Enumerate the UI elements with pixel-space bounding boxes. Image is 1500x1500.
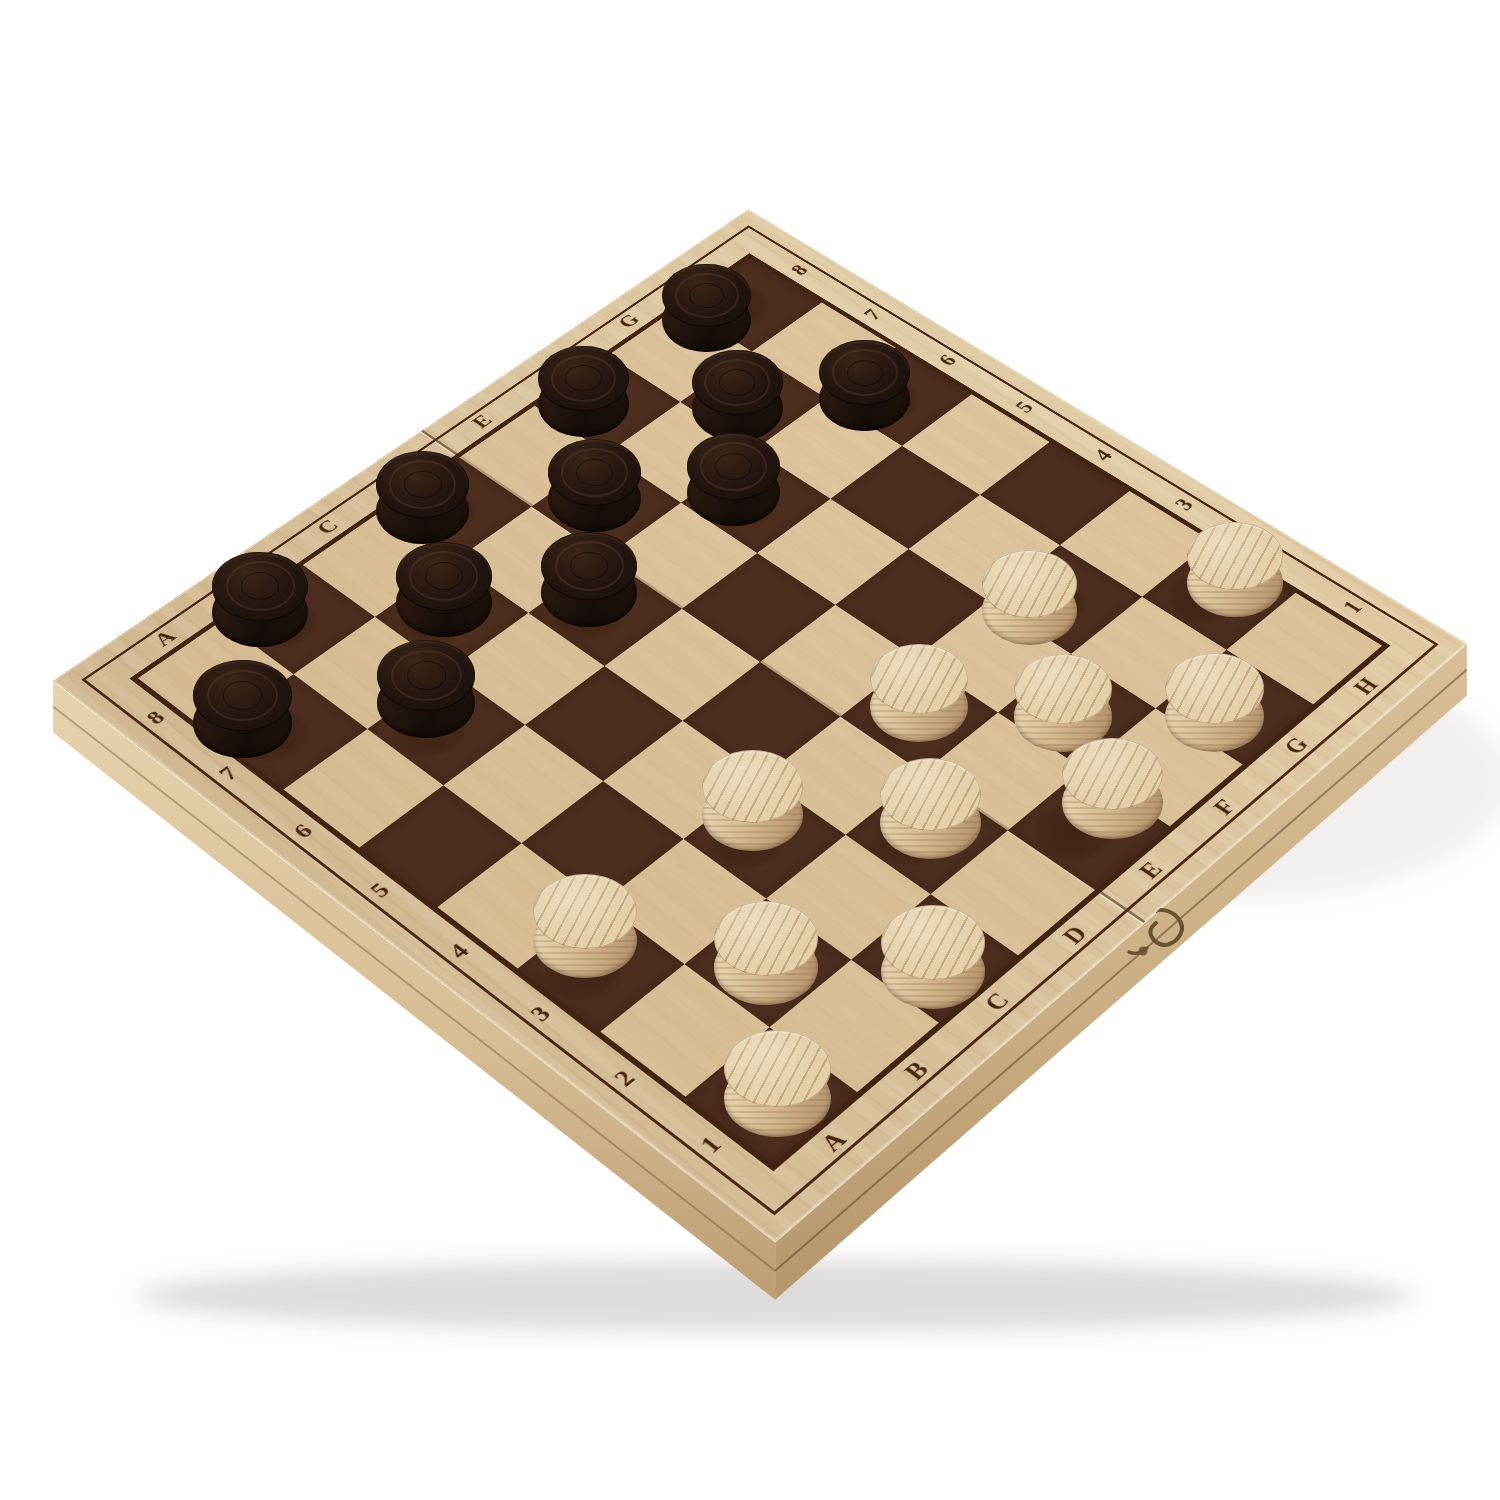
coord-label-fileH-6: 6 <box>929 348 966 373</box>
piece-ring-inner <box>576 459 613 486</box>
piece-top <box>692 350 783 415</box>
coord-label-rank8-G: G <box>611 309 647 333</box>
coord-label-fileA-4: 4 <box>438 935 480 968</box>
coord-label-rank1-E: E <box>1130 855 1172 886</box>
piece-ring-inner <box>407 661 446 689</box>
piece-top <box>193 660 291 731</box>
piece-ring-inner <box>719 369 755 395</box>
coord-label-fileH-4: 4 <box>1085 442 1123 468</box>
piece-top <box>533 874 637 949</box>
piece-black-f6[interactable] <box>687 433 780 526</box>
piece-black-c7[interactable] <box>396 542 492 638</box>
piece-top <box>396 542 492 611</box>
coord-label-fileA-8: 8 <box>136 703 176 732</box>
piece-white-a1[interactable] <box>724 1030 831 1137</box>
coord-label-fileA-7: 7 <box>208 759 249 789</box>
piece-black-b8[interactable] <box>212 552 308 648</box>
piece-black-g7[interactable] <box>692 350 783 441</box>
piece-top <box>1062 738 1163 811</box>
coord-label-fileA-6: 6 <box>283 816 324 847</box>
piece-ring-inner <box>425 562 463 590</box>
piece-black-b6[interactable] <box>377 640 475 738</box>
piece-top <box>724 1030 831 1107</box>
coord-label-fileA-5: 5 <box>359 875 401 907</box>
coord-label-fileA-3: 3 <box>519 997 562 1030</box>
coord-label-rank8-C: C <box>309 514 347 541</box>
piece-black-d6[interactable] <box>541 532 637 628</box>
piece-white-c3[interactable] <box>702 750 803 851</box>
coord-label-rank1-H: H <box>1346 672 1386 701</box>
coord-label-fileH-8: 8 <box>782 259 818 282</box>
piece-black-f8[interactable] <box>538 346 629 437</box>
coord-label-rank8-E: E <box>464 409 501 434</box>
piece-top <box>1014 654 1112 725</box>
piece-ring-inner <box>570 552 608 580</box>
piece-top <box>376 451 469 518</box>
piece-white-g1[interactable] <box>1165 653 1263 751</box>
coord-label-fileH-5: 5 <box>1006 395 1043 420</box>
piece-top <box>538 346 629 411</box>
piece-top <box>1165 653 1263 724</box>
piece-white-e3[interactable] <box>870 644 968 742</box>
piece-white-g3[interactable] <box>982 550 1078 646</box>
coord-label-fileA-2: 2 <box>603 1061 647 1095</box>
piece-black-h8[interactable] <box>662 264 751 353</box>
coord-label-rank8-A: A <box>146 624 185 652</box>
piece-top <box>377 640 475 711</box>
piece-white-e1[interactable] <box>1062 738 1163 839</box>
piece-top <box>212 552 308 621</box>
coord-label-rank1-F: F <box>1204 792 1245 823</box>
piece-top <box>541 532 637 601</box>
piece-white-h2[interactable] <box>1187 522 1283 618</box>
piece-top <box>880 758 981 831</box>
coord-label-fileH-7: 7 <box>855 303 891 327</box>
piece-top <box>881 905 985 980</box>
piece-top <box>687 433 780 500</box>
piece-top <box>982 550 1078 619</box>
piece-ring-inner <box>404 471 441 498</box>
piece-white-d2[interactable] <box>880 758 981 859</box>
piece-ring-inner <box>223 681 262 709</box>
piece-white-b2[interactable] <box>714 901 818 1005</box>
piece-top <box>662 264 751 328</box>
coord-label-fileH-1: 1 <box>1333 593 1372 621</box>
coord-label-fileH-3: 3 <box>1165 491 1203 517</box>
coord-label-rank1-D: D <box>1054 919 1096 951</box>
piece-black-d8[interactable] <box>376 451 469 544</box>
piece-top <box>1187 522 1283 591</box>
piece-ring-inner <box>241 572 279 600</box>
piece-white-a3[interactable] <box>533 874 637 978</box>
piece-top <box>702 750 803 823</box>
piece-top <box>548 439 641 506</box>
piece-top <box>870 644 968 715</box>
piece-black-a7[interactable] <box>193 660 291 758</box>
coord-label-rank1-B: B <box>895 1054 939 1088</box>
piece-ring-inner <box>565 365 601 391</box>
product-photo-checkers-board: { "game": { "name": "Checkers (Draughts)… <box>0 0 1500 1500</box>
coord-label-rank1-G: G <box>1276 731 1317 761</box>
piece-white-c1[interactable] <box>881 905 985 1009</box>
piece-black-h6[interactable] <box>819 340 910 431</box>
piece-black-e7[interactable] <box>548 439 641 532</box>
piece-ring-inner <box>847 360 883 386</box>
piece-top <box>714 901 818 976</box>
